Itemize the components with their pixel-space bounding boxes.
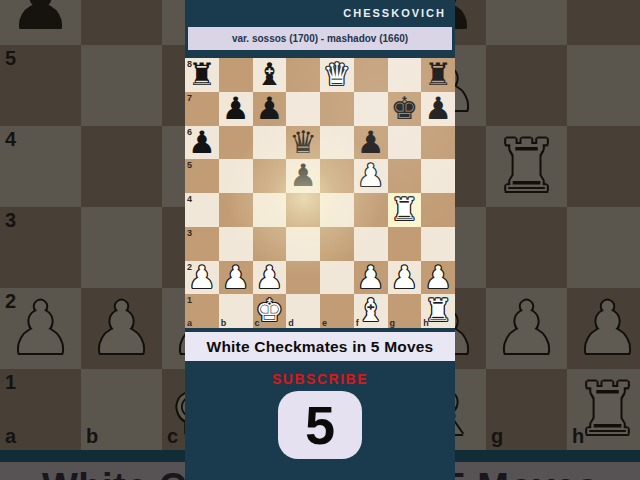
square-a2: ♟2 bbox=[185, 261, 219, 295]
square-d1: d bbox=[286, 294, 320, 328]
square-b1: b bbox=[219, 294, 253, 328]
center-panel: CHESSKOVICH var. sossos (1700) - mashado… bbox=[185, 0, 455, 480]
square-e8: ♛ bbox=[320, 58, 354, 92]
square-c4 bbox=[253, 193, 287, 227]
white-pawn-b2: ♟ bbox=[89, 288, 154, 369]
square-b6 bbox=[219, 126, 253, 160]
square-h5 bbox=[421, 159, 455, 193]
square-b5 bbox=[219, 159, 253, 193]
white-rook-g4: ♜ bbox=[494, 126, 559, 207]
file-label-e: e bbox=[322, 318, 327, 328]
square-a4: 4 bbox=[185, 193, 219, 227]
square-c1: ♚c bbox=[253, 294, 287, 328]
square-d5: ♟ bbox=[286, 159, 320, 193]
square-h7: ♟ bbox=[421, 92, 455, 126]
rank-label-7: 7 bbox=[187, 93, 192, 103]
countdown-number: 5 bbox=[305, 398, 335, 452]
players-names: var. sossos (1700) - mashadov (1660) bbox=[232, 33, 408, 44]
file-label-g: g bbox=[390, 318, 396, 328]
square-g7: ♚ bbox=[388, 92, 422, 126]
file-label-g: g bbox=[491, 425, 503, 448]
channel-brand: CHESSKOVICH bbox=[343, 7, 446, 19]
square-a3: 3 bbox=[185, 227, 219, 261]
square-a1: 1a bbox=[185, 294, 219, 328]
square-f1: ♝f bbox=[354, 294, 388, 328]
square-e7 bbox=[320, 92, 354, 126]
rank-label-5: 5 bbox=[5, 47, 16, 70]
square-g1: g bbox=[486, 369, 567, 450]
square-g6 bbox=[388, 126, 422, 160]
players-bar: var. sossos (1700) - mashadov (1660) bbox=[188, 27, 452, 50]
square-h4 bbox=[421, 193, 455, 227]
square-f5: ♟ bbox=[354, 159, 388, 193]
subscribe-label: SUBSCRIBE bbox=[185, 371, 455, 387]
square-d7 bbox=[286, 92, 320, 126]
rank-label-3: 3 bbox=[187, 228, 192, 238]
square-h2: ♟ bbox=[567, 288, 640, 369]
square-g3 bbox=[388, 227, 422, 261]
video-frame: { "header": { "brand": "CHESSKOVICH", "p… bbox=[0, 0, 640, 480]
rank-label-4: 4 bbox=[5, 128, 16, 151]
square-c3 bbox=[253, 227, 287, 261]
black-queen-d6: ♛ bbox=[289, 126, 317, 160]
square-b1: b bbox=[81, 369, 162, 450]
square-e1: e bbox=[320, 294, 354, 328]
rank-label-3: 3 bbox=[5, 209, 16, 232]
file-label-h: h bbox=[572, 425, 584, 448]
square-a5: 5 bbox=[185, 159, 219, 193]
square-b8 bbox=[219, 58, 253, 92]
white-pawn-a2: ♟ bbox=[188, 261, 216, 295]
square-g8 bbox=[388, 58, 422, 92]
rank-label-6: 6 bbox=[187, 127, 192, 137]
square-h4 bbox=[567, 126, 640, 207]
square-c8: ♝ bbox=[253, 58, 287, 92]
square-h6 bbox=[421, 126, 455, 160]
square-d2 bbox=[286, 261, 320, 295]
square-h8: ♜ bbox=[421, 58, 455, 92]
black-pawn-f6: ♟ bbox=[357, 126, 385, 160]
square-b6 bbox=[81, 0, 162, 45]
square-b4 bbox=[219, 193, 253, 227]
square-b5 bbox=[81, 45, 162, 126]
square-a1: 1a bbox=[0, 369, 81, 450]
square-h6 bbox=[567, 0, 640, 45]
square-g4: ♜ bbox=[486, 126, 567, 207]
file-label-b: b bbox=[86, 425, 98, 448]
black-king-g7: ♚ bbox=[390, 92, 418, 126]
black-pawn-a6: ♟ bbox=[8, 0, 73, 45]
rank-label-2: 2 bbox=[187, 262, 192, 272]
white-rook-g4: ♜ bbox=[390, 193, 418, 227]
square-e4 bbox=[320, 193, 354, 227]
white-pawn-g2: ♟ bbox=[390, 261, 418, 295]
square-g2: ♟ bbox=[388, 261, 422, 295]
square-e6 bbox=[320, 126, 354, 160]
rank-label-1: 1 bbox=[187, 295, 192, 305]
white-bishop-f1: ♝ bbox=[357, 294, 385, 328]
square-c2: ♟ bbox=[253, 261, 287, 295]
rank-label-5: 5 bbox=[187, 160, 192, 170]
square-h2: ♟ bbox=[421, 261, 455, 295]
square-g5 bbox=[486, 45, 567, 126]
white-queen-e8: ♛ bbox=[323, 58, 351, 92]
square-h3 bbox=[421, 227, 455, 261]
rank-label-2: 2 bbox=[5, 290, 16, 313]
square-a3: 3 bbox=[0, 207, 81, 288]
square-d8 bbox=[286, 58, 320, 92]
square-h1: ♜h bbox=[421, 294, 455, 328]
white-pawn-f5: ♟ bbox=[357, 159, 385, 193]
white-rook-h1: ♜ bbox=[575, 369, 640, 450]
square-g1: g bbox=[388, 294, 422, 328]
square-b7: ♟ bbox=[219, 92, 253, 126]
black-pawn-a6: ♟ bbox=[188, 126, 216, 160]
rank-label-4: 4 bbox=[187, 194, 192, 204]
square-f7 bbox=[354, 92, 388, 126]
square-f4 bbox=[354, 193, 388, 227]
square-d6: ♛ bbox=[286, 126, 320, 160]
puzzle-caption: White Checkmates in 5 Moves bbox=[207, 338, 434, 356]
file-label-c: c bbox=[167, 425, 178, 448]
square-g5 bbox=[388, 159, 422, 193]
square-c6 bbox=[253, 126, 287, 160]
file-label-d: d bbox=[288, 318, 294, 328]
black-rook-a8: ♜ bbox=[188, 58, 216, 92]
square-f6: ♟ bbox=[354, 126, 388, 160]
main-board: ♜8♝♛♜7♟♟♚♟♟6♛♟5♟♟4♜3♟2♟♟♟♟♟1ab♚cde♝fg♜h bbox=[185, 58, 455, 328]
square-a5: 5 bbox=[0, 45, 81, 126]
file-label-a: a bbox=[5, 425, 16, 448]
file-label-a: a bbox=[187, 318, 192, 328]
square-a6: ♟6 bbox=[185, 126, 219, 160]
square-e2 bbox=[320, 261, 354, 295]
square-c5 bbox=[253, 159, 287, 193]
square-g4: ♜ bbox=[388, 193, 422, 227]
white-pawn-h2: ♟ bbox=[575, 288, 640, 369]
square-a2: ♟2 bbox=[0, 288, 81, 369]
square-b2: ♟ bbox=[81, 288, 162, 369]
square-f2: ♟ bbox=[354, 261, 388, 295]
square-e5 bbox=[320, 159, 354, 193]
square-b2: ♟ bbox=[219, 261, 253, 295]
file-label-f: f bbox=[356, 318, 359, 328]
square-c7: ♟ bbox=[253, 92, 287, 126]
header-bar: CHESSKOVICH bbox=[185, 0, 455, 26]
white-pawn-c2: ♟ bbox=[255, 261, 283, 295]
white-king-c1: ♚ bbox=[255, 294, 283, 328]
square-a7: 7 bbox=[185, 92, 219, 126]
square-f3 bbox=[354, 227, 388, 261]
square-h1: ♜h bbox=[567, 369, 640, 450]
square-b3 bbox=[81, 207, 162, 288]
square-f8 bbox=[354, 58, 388, 92]
rank-label-8: 8 bbox=[187, 59, 192, 69]
square-b3 bbox=[219, 227, 253, 261]
square-a4: 4 bbox=[0, 126, 81, 207]
caption-bar: White Checkmates in 5 Moves bbox=[185, 332, 455, 361]
square-g2: ♟ bbox=[486, 288, 567, 369]
white-pawn-h2: ♟ bbox=[424, 261, 452, 295]
black-pawn-b7: ♟ bbox=[222, 92, 250, 126]
white-pawn-f2: ♟ bbox=[357, 261, 385, 295]
black-bishop-c8: ♝ bbox=[255, 58, 283, 92]
file-label-c: c bbox=[255, 318, 260, 328]
square-d4 bbox=[286, 193, 320, 227]
file-label-b: b bbox=[221, 318, 227, 328]
square-h5 bbox=[567, 45, 640, 126]
square-b4 bbox=[81, 126, 162, 207]
black-rook-h8: ♜ bbox=[424, 58, 452, 92]
rank-label-1: 1 bbox=[5, 371, 16, 394]
black-pawn-h7: ♟ bbox=[424, 92, 452, 126]
white-pawn-b2: ♟ bbox=[222, 261, 250, 295]
black-pawn-c7: ♟ bbox=[255, 92, 283, 126]
countdown-badge: 5 bbox=[278, 391, 362, 459]
square-a6: ♟6 bbox=[0, 0, 81, 45]
black-pawn-d5: ♟ bbox=[289, 159, 317, 193]
square-g6 bbox=[486, 0, 567, 45]
square-d3 bbox=[286, 227, 320, 261]
square-g3 bbox=[486, 207, 567, 288]
square-e3 bbox=[320, 227, 354, 261]
white-pawn-a2: ♟ bbox=[8, 288, 73, 369]
square-h3 bbox=[567, 207, 640, 288]
white-pawn-g2: ♟ bbox=[494, 288, 559, 369]
square-a8: ♜8 bbox=[185, 58, 219, 92]
file-label-h: h bbox=[423, 318, 429, 328]
